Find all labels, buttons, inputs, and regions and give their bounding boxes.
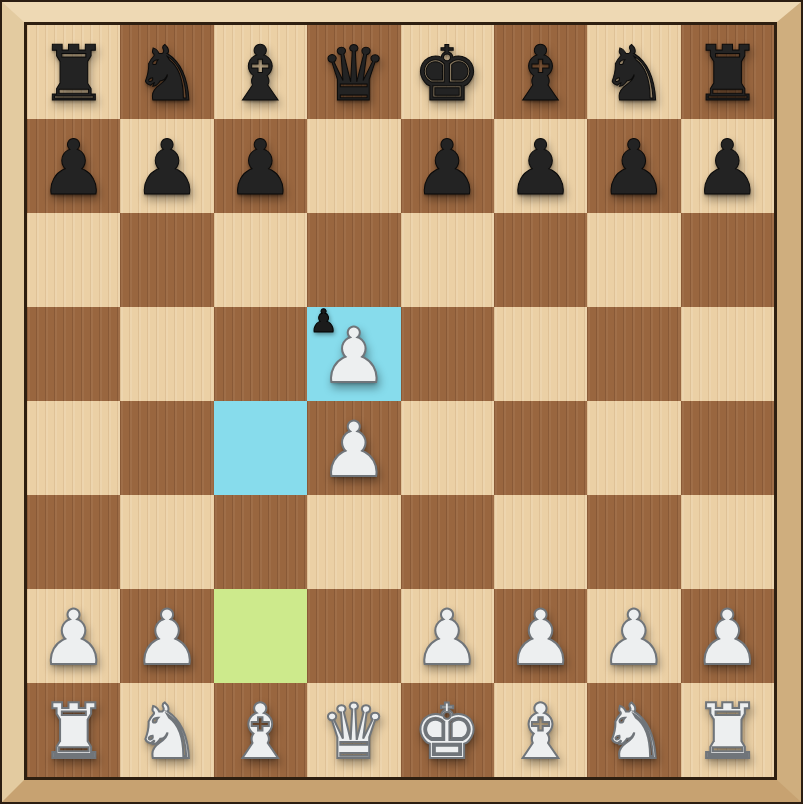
square-d4[interactable]: ♟ — [307, 401, 400, 495]
square-a2[interactable]: ♟ — [27, 589, 120, 683]
chess-board: ♜♞♝♛♚♝♞♜♟♟♟♟♟♟♟♟♟♟♟♟♟♟♟♟♜♞♝♛♚♝♞♜ — [24, 22, 777, 780]
square-h4[interactable] — [681, 401, 774, 495]
white-pawn[interactable]: ♟ — [320, 412, 388, 488]
black-king[interactable]: ♚ — [413, 36, 481, 112]
square-g6[interactable] — [587, 213, 680, 307]
square-b7[interactable]: ♟ — [120, 119, 213, 213]
square-b5[interactable] — [120, 307, 213, 401]
square-c8[interactable]: ♝ — [214, 25, 307, 119]
square-f3[interactable] — [494, 495, 587, 589]
square-h5[interactable] — [681, 307, 774, 401]
square-d2[interactable] — [307, 589, 400, 683]
white-pawn[interactable]: ♟ — [693, 600, 761, 676]
square-e6[interactable] — [401, 213, 494, 307]
white-pawn[interactable]: ♟ — [133, 600, 201, 676]
white-pawn[interactable]: ♟ — [600, 600, 668, 676]
white-king[interactable]: ♚ — [413, 694, 481, 770]
square-b3[interactable] — [120, 495, 213, 589]
square-f2[interactable]: ♟ — [494, 589, 587, 683]
square-a4[interactable] — [27, 401, 120, 495]
square-d5[interactable]: ♟♟ — [307, 307, 400, 401]
chess-app-screen: ♜♞♝♛♚♝♞♜♟♟♟♟♟♟♟♟♟♟♟♟♟♟♟♟♜♞♝♛♚♝♞♜ — [0, 0, 803, 804]
black-bishop[interactable]: ♝ — [506, 36, 574, 112]
square-e3[interactable] — [401, 495, 494, 589]
square-d3[interactable] — [307, 495, 400, 589]
square-f6[interactable] — [494, 213, 587, 307]
square-b8[interactable]: ♞ — [120, 25, 213, 119]
square-c3[interactable] — [214, 495, 307, 589]
white-pawn[interactable]: ♟ — [506, 600, 574, 676]
square-d6[interactable] — [307, 213, 400, 307]
square-h2[interactable]: ♟ — [681, 589, 774, 683]
square-g3[interactable] — [587, 495, 680, 589]
square-g8[interactable]: ♞ — [587, 25, 680, 119]
square-h1[interactable]: ♜ — [681, 683, 774, 777]
square-c2[interactable] — [214, 589, 307, 683]
white-rook[interactable]: ♜ — [693, 694, 761, 770]
square-f5[interactable] — [494, 307, 587, 401]
square-h7[interactable]: ♟ — [681, 119, 774, 213]
black-pawn[interactable]: ♟ — [600, 130, 668, 206]
square-f7[interactable]: ♟ — [494, 119, 587, 213]
black-pawn[interactable]: ♟ — [506, 130, 574, 206]
square-a6[interactable] — [27, 213, 120, 307]
square-b4[interactable] — [120, 401, 213, 495]
white-pawn[interactable]: ♟ — [40, 600, 108, 676]
white-knight[interactable]: ♞ — [600, 694, 668, 770]
square-e5[interactable] — [401, 307, 494, 401]
square-c5[interactable] — [214, 307, 307, 401]
square-h3[interactable] — [681, 495, 774, 589]
white-knight[interactable]: ♞ — [133, 694, 201, 770]
black-pawn[interactable]: ♟ — [226, 130, 294, 206]
square-f8[interactable]: ♝ — [494, 25, 587, 119]
square-a1[interactable]: ♜ — [27, 683, 120, 777]
black-rook[interactable]: ♜ — [693, 36, 761, 112]
square-f1[interactable]: ♝ — [494, 683, 587, 777]
black-queen[interactable]: ♛ — [320, 36, 388, 112]
black-knight[interactable]: ♞ — [133, 36, 201, 112]
square-a7[interactable]: ♟ — [27, 119, 120, 213]
square-a3[interactable] — [27, 495, 120, 589]
square-c4[interactable] — [214, 401, 307, 495]
board-frame: ♜♞♝♛♚♝♞♜♟♟♟♟♟♟♟♟♟♟♟♟♟♟♟♟♜♞♝♛♚♝♞♜ — [2, 2, 801, 802]
square-h8[interactable]: ♜ — [681, 25, 774, 119]
square-b6[interactable] — [120, 213, 213, 307]
black-knight[interactable]: ♞ — [600, 36, 668, 112]
square-g4[interactable] — [587, 401, 680, 495]
square-f4[interactable] — [494, 401, 587, 495]
square-e4[interactable] — [401, 401, 494, 495]
square-g5[interactable] — [587, 307, 680, 401]
square-g7[interactable]: ♟ — [587, 119, 680, 213]
square-a8[interactable]: ♜ — [27, 25, 120, 119]
square-b1[interactable]: ♞ — [120, 683, 213, 777]
captured-black-pawn-icon: ♟ — [309, 305, 338, 337]
square-c6[interactable] — [214, 213, 307, 307]
white-rook[interactable]: ♜ — [40, 694, 108, 770]
square-d7[interactable] — [307, 119, 400, 213]
white-bishop[interactable]: ♝ — [226, 694, 294, 770]
white-queen[interactable]: ♛ — [320, 694, 388, 770]
black-pawn[interactable]: ♟ — [413, 130, 481, 206]
black-rook[interactable]: ♜ — [40, 36, 108, 112]
square-g1[interactable]: ♞ — [587, 683, 680, 777]
square-d8[interactable]: ♛ — [307, 25, 400, 119]
square-a5[interactable] — [27, 307, 120, 401]
black-pawn[interactable]: ♟ — [133, 130, 201, 206]
square-e2[interactable]: ♟ — [401, 589, 494, 683]
white-pawn[interactable]: ♟ — [413, 600, 481, 676]
square-d1[interactable]: ♛ — [307, 683, 400, 777]
square-h6[interactable] — [681, 213, 774, 307]
square-e7[interactable]: ♟ — [401, 119, 494, 213]
square-c1[interactable]: ♝ — [214, 683, 307, 777]
black-pawn[interactable]: ♟ — [40, 130, 108, 206]
black-pawn[interactable]: ♟ — [693, 130, 761, 206]
square-g2[interactable]: ♟ — [587, 589, 680, 683]
square-e1[interactable]: ♚ — [401, 683, 494, 777]
black-bishop[interactable]: ♝ — [226, 36, 294, 112]
white-bishop[interactable]: ♝ — [506, 694, 574, 770]
square-e8[interactable]: ♚ — [401, 25, 494, 119]
square-c7[interactable]: ♟ — [214, 119, 307, 213]
square-b2[interactable]: ♟ — [120, 589, 213, 683]
